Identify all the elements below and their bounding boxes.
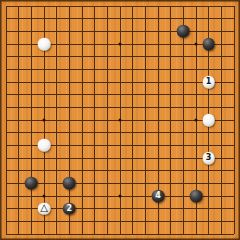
stone-black-F5 bbox=[63, 177, 76, 190]
move-number-label: 3 bbox=[206, 154, 212, 162]
stone-white-D3: △ bbox=[38, 202, 51, 215]
grid-line-vertical bbox=[234, 6, 235, 234]
grid-line-vertical bbox=[132, 6, 133, 234]
triangle-mark-icon: △ bbox=[40, 203, 48, 213]
grid-line-horizontal bbox=[6, 234, 234, 235]
star-point bbox=[195, 43, 198, 46]
grid-line-vertical bbox=[221, 6, 222, 234]
move-number-label: 4 bbox=[155, 192, 161, 200]
move-number-label: 2 bbox=[67, 205, 73, 213]
stone-white-R7: 3 bbox=[202, 152, 215, 165]
star-point bbox=[119, 43, 122, 46]
grid-line-vertical bbox=[170, 6, 171, 234]
grid-line-horizontal bbox=[6, 132, 234, 133]
grid-line-horizontal bbox=[6, 183, 234, 184]
stone-black-C5 bbox=[25, 177, 38, 190]
stone-black-F3: 2 bbox=[63, 202, 76, 215]
stone-white-R10 bbox=[202, 114, 215, 127]
grid-line-horizontal bbox=[6, 158, 234, 159]
stone-black-P17 bbox=[177, 25, 190, 38]
stone-white-D8 bbox=[38, 139, 51, 152]
star-point bbox=[119, 119, 122, 122]
star-point bbox=[195, 119, 198, 122]
stone-white-R13: 1 bbox=[202, 76, 215, 89]
stone-black-N4: 4 bbox=[152, 190, 165, 203]
star-point bbox=[43, 195, 46, 198]
stone-black-Q4 bbox=[190, 190, 203, 203]
grid-line-horizontal bbox=[6, 221, 234, 222]
grid-line-vertical bbox=[183, 6, 184, 234]
star-point bbox=[43, 119, 46, 122]
grid-line-horizontal bbox=[6, 170, 234, 171]
move-number-label: 1 bbox=[206, 78, 212, 86]
grid-line-vertical bbox=[145, 6, 146, 234]
go-board[interactable]: △1324 bbox=[0, 0, 240, 240]
star-point bbox=[119, 195, 122, 198]
stone-white-D16 bbox=[38, 38, 51, 51]
stone-black-R16 bbox=[202, 38, 215, 51]
